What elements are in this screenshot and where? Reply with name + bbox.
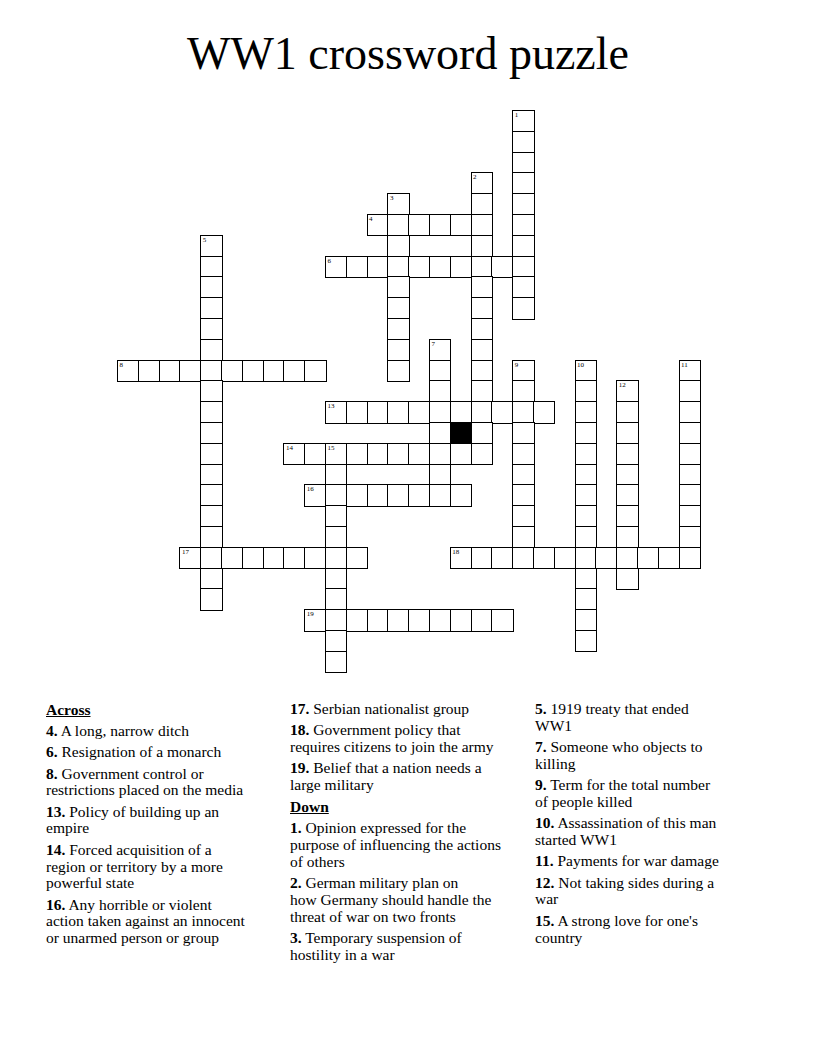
grid-cell[interactable] [200,380,222,402]
clue-9: 9. Term for the total number of people k… [535,777,779,811]
grid-cell[interactable] [200,505,222,527]
grid-cell[interactable] [471,360,493,382]
grid-cell[interactable] [512,505,534,527]
grid-cell[interactable] [512,131,534,153]
clue-column-3: 5. 1919 treaty that ended WW17. Someone … [535,701,779,951]
clue-15: 15. A strong love for one's country [535,913,779,947]
grid-cell[interactable] [325,588,347,610]
grid-cell[interactable] [200,401,222,423]
grid-cell[interactable] [491,547,513,569]
clue-16: 16. Any horrible or violent action taken… [46,897,290,947]
grid-cell[interactable] [471,235,493,257]
grid-cell[interactable] [616,484,638,506]
grid-cell[interactable] [387,360,409,382]
grid-cell[interactable] [533,401,555,423]
grid-cell[interactable] [575,464,597,486]
grid-cell[interactable] [616,547,638,569]
clue-3: 3. Temporary suspension of hostility in … [290,930,536,964]
grid-cell[interactable] [512,193,534,215]
grid-cell[interactable] [429,360,451,382]
grid-cell[interactable] [387,401,409,423]
grid-cell[interactable] [429,401,451,423]
grid-cell[interactable] [200,339,222,361]
grid-cell[interactable] [200,256,222,278]
grid-cell[interactable] [616,422,638,444]
grid-cell[interactable] [471,256,493,278]
grid-cell[interactable] [408,484,430,506]
grid-cell[interactable] [512,276,534,298]
grid-cell[interactable] [200,318,222,340]
clue-number: 8 [120,362,124,369]
grid-cell[interactable] [471,276,493,298]
grid-cell[interactable] [575,526,597,548]
grid-cell[interactable] [429,464,451,486]
grid-cell[interactable] [346,547,368,569]
grid-cell[interactable] [138,360,160,382]
grid-cell[interactable] [242,360,264,382]
grid-cell[interactable] [575,547,597,569]
grid-cell[interactable] [387,443,409,465]
grid-cell[interactable] [387,318,409,340]
grid-cell[interactable] [325,651,347,673]
grid-cell[interactable] [387,609,409,631]
clue-19: 19. Belief that a nation needs a large m… [290,760,536,794]
clue-number: 5 [203,237,207,244]
grid-cell[interactable] [346,256,368,278]
grid-cell[interactable] [325,484,347,506]
grid-cell[interactable] [679,505,701,527]
grid-cell[interactable] [679,547,701,569]
grid-cell[interactable] [429,443,451,465]
grid-cell[interactable] [512,380,534,402]
grid-cell[interactable] [575,380,597,402]
grid-cell[interactable] [325,547,347,569]
clue-number: 2 [473,174,477,181]
clue-7: 7. Someone who objects to killing [535,739,779,773]
grid-cell[interactable] [512,422,534,444]
grid-cell[interactable] [512,401,534,423]
grid-cell[interactable] [512,547,534,569]
grid-cell[interactable] [200,526,222,548]
grid-cell[interactable] [200,588,222,610]
clue-number: 6 [328,258,332,265]
grid-cell[interactable] [387,297,409,319]
grid-cell[interactable] [616,464,638,486]
clue-number: 14 [286,445,293,452]
grid-cell[interactable] [512,172,534,194]
grid-cell[interactable] [387,339,409,361]
grid-cell[interactable] [512,297,534,319]
grid-cell[interactable] [200,484,222,506]
clue-number: 16 [307,486,314,493]
clue-number: 18 [452,549,459,556]
grid-cell[interactable] [325,464,347,486]
grid-cell[interactable] [471,443,493,465]
grid-cell[interactable] [679,484,701,506]
grid-cell[interactable] [512,235,534,257]
grid-cell[interactable] [283,360,305,382]
clue-13: 13. Policy of building up an empire [46,804,290,838]
grid-cell[interactable] [387,484,409,506]
grid-cell[interactable] [263,547,285,569]
grid-cell[interactable] [471,380,493,402]
page: { "title": "WW1 crossword puzzle", "game… [0,0,816,1056]
grid-cell[interactable] [346,443,368,465]
clue-17: 17. Serbian nationalist group [290,701,536,718]
grid-cell[interactable] [575,443,597,465]
grid-cell[interactable] [367,609,389,631]
grid-cell[interactable] [575,630,597,652]
grid-cell[interactable] [450,214,472,236]
grid-cell[interactable] [575,422,597,444]
grid-cell[interactable] [325,630,347,652]
grid-cell[interactable] [679,464,701,486]
clue-number: 10 [577,362,584,369]
clue-number: 17 [182,549,189,556]
grid-cell[interactable] [616,568,638,590]
grid-cell[interactable] [512,214,534,236]
grid-cell[interactable] [616,401,638,423]
grid-cell[interactable] [200,297,222,319]
grid-cell[interactable] [200,443,222,465]
grid-cell[interactable] [471,339,493,361]
grid-cell[interactable] [450,443,472,465]
clue-10: 10. Assassination of this man started WW… [535,815,779,849]
across-heading: Across [46,701,290,718]
grid-cell[interactable] [471,318,493,340]
grid-cell[interactable] [471,401,493,423]
grid-cell[interactable] [429,609,451,631]
grid-cell[interactable] [679,380,701,402]
clue-number: 4 [369,216,373,223]
clue-18: 18. Government policy that requires citi… [290,722,536,756]
black-cell [450,422,472,444]
grid-cell[interactable] [325,568,347,590]
grid-cell[interactable] [512,464,534,486]
grid-cell[interactable] [387,256,409,278]
clue-number: 1 [515,112,519,119]
grid-cell[interactable] [367,443,389,465]
grid-cell[interactable] [471,422,493,444]
clue-14: 14. Forced acquisition of a region or te… [46,842,290,892]
clue-number: 15 [328,445,335,452]
grid-cell[interactable] [408,401,430,423]
grid-cell[interactable] [637,547,659,569]
grid-cell[interactable] [512,256,534,278]
grid-cell[interactable] [408,214,430,236]
grid-cell[interactable] [304,547,326,569]
grid-cell[interactable] [304,360,326,382]
grid-cell[interactable] [408,609,430,631]
grid-cell[interactable] [533,547,555,569]
grid-cell[interactable] [512,152,534,174]
clue-5: 5. 1919 treaty that ended WW1 [535,701,779,735]
grid-cell[interactable] [429,484,451,506]
clue-12: 12. Not taking sides during a war [535,875,779,909]
grid-cell[interactable] [367,401,389,423]
grid-cell[interactable] [367,256,389,278]
grid-cell[interactable] [679,401,701,423]
grid-cell[interactable] [679,526,701,548]
grid-cell[interactable] [575,588,597,610]
grid-cell[interactable] [575,401,597,423]
grid-cell[interactable] [512,443,534,465]
puzzle-title: WW1 crossword puzzle [0,28,816,80]
grid-cell[interactable] [408,256,430,278]
grid-cell[interactable] [512,484,534,506]
grid-cell[interactable] [429,380,451,402]
grid-cell[interactable] [159,360,181,382]
grid-cell[interactable] [616,443,638,465]
grid-cell[interactable] [179,360,201,382]
grid-cell[interactable] [200,276,222,298]
grid-cell[interactable] [346,401,368,423]
clue-6: 6. Resignation of a monarch [46,744,290,761]
clue-column-2: 17. Serbian nationalist group18. Governm… [290,701,536,968]
grid-cell[interactable] [616,505,638,527]
grid-cell[interactable] [429,256,451,278]
grid-cell[interactable] [242,547,264,569]
grid-cell[interactable] [387,276,409,298]
clue-11: 11. Payments for war damage [535,853,779,870]
grid-cell[interactable] [283,547,305,569]
grid-cell[interactable] [263,360,285,382]
grid-cell[interactable] [658,547,680,569]
grid-cell[interactable] [575,609,597,631]
clue-number: 7 [432,341,436,348]
clue-4: 4. A long, narrow ditch [46,723,290,740]
grid-cell[interactable] [450,609,472,631]
crossword-grid[interactable]: 12345678910111213141516171819 [117,110,702,674]
grid-cell[interactable] [221,547,243,569]
grid-cell[interactable] [408,443,430,465]
grid-cell[interactable] [554,547,576,569]
grid-cell[interactable] [575,568,597,590]
grid-cell[interactable] [367,484,389,506]
grid-cell[interactable] [575,505,597,527]
clue-number: 19 [307,611,314,618]
grid-cell[interactable] [325,505,347,527]
grid-cell[interactable] [575,484,597,506]
grid-cell[interactable] [471,547,493,569]
grid-cell[interactable] [387,214,409,236]
grid-cell[interactable] [387,235,409,257]
grid-cell[interactable] [304,443,326,465]
grid-cell[interactable] [429,422,451,444]
grid-cell[interactable] [200,547,222,569]
grid-cell[interactable] [595,547,617,569]
clue-1: 1. Opinion expressed for the purpose of … [290,820,536,870]
clue-number: 13 [328,403,335,410]
grid-cell[interactable] [325,526,347,548]
grid-cell[interactable] [471,214,493,236]
grid-cell[interactable] [491,401,513,423]
grid-cell[interactable] [450,484,472,506]
down-heading: Down [290,798,536,815]
grid-cell[interactable] [200,360,222,382]
grid-cell[interactable] [471,297,493,319]
clue-8: 8. Government control or restrictions pl… [46,766,290,800]
grid-cell[interactable] [679,443,701,465]
clue-number: 9 [515,362,519,369]
grid-cell[interactable] [679,422,701,444]
grid-cell[interactable] [512,526,534,548]
clue-number: 11 [681,362,688,369]
grid-cell[interactable] [325,609,347,631]
grid-cell[interactable] [200,568,222,590]
grid-cell[interactable] [616,526,638,548]
grid-cell[interactable] [471,193,493,215]
clue-number: 12 [619,382,626,389]
grid-cell[interactable] [200,422,222,444]
clue-2: 2. German military plan on how Germany s… [290,875,536,925]
grid-cell[interactable] [450,256,472,278]
grid-cell[interactable] [491,609,513,631]
grid-cell[interactable] [450,401,472,423]
grid-cell[interactable] [471,609,493,631]
clue-number: 3 [390,195,394,202]
clue-column-1: Across4. A long, narrow ditch6. Resignat… [46,701,290,952]
grid-cell[interactable] [200,464,222,486]
grid-cell[interactable] [221,360,243,382]
grid-cell[interactable] [346,609,368,631]
grid-cell[interactable] [491,256,513,278]
grid-cell[interactable] [429,214,451,236]
grid-cell[interactable] [346,484,368,506]
